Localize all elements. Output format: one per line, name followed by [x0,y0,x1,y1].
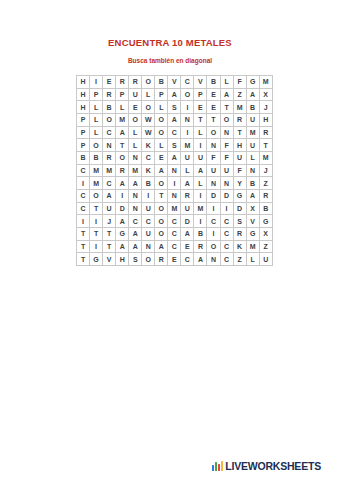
grid-cell[interactable]: C [142,152,155,165]
logo-bar-red [218,464,220,471]
grid-cell[interactable]: C [221,253,234,266]
grid-cell[interactable]: O [155,177,168,190]
grid-cell[interactable]: B [142,177,155,190]
grid-cell[interactable]: H [234,139,247,152]
grid-cell[interactable]: B [90,152,103,165]
grid-cell[interactable]: Y [234,177,247,190]
grid-cell[interactable]: C [168,215,181,228]
grid-cell[interactable]: I [90,215,103,228]
grid-cell[interactable]: W [142,114,155,127]
grid-cell[interactable]: A [247,89,260,102]
grid-cell[interactable]: P [155,89,168,102]
grid-cell[interactable]: O [207,241,220,254]
grid-cell[interactable]: Z [234,253,247,266]
grid-cell[interactable]: R [234,114,247,127]
grid-cell[interactable]: B [207,76,220,89]
grid-cell[interactable]: N [129,203,142,216]
grid-cell[interactable]: O [142,253,155,266]
grid-cell[interactable]: F [234,165,247,178]
grid-cell[interactable]: U [194,152,207,165]
logo-bar-yellow [221,461,223,471]
grid-cell[interactable]: O [129,114,142,127]
grid-cell[interactable]: C [168,228,181,241]
grid-cell[interactable]: I [221,203,234,216]
grid-cell[interactable]: D [181,215,194,228]
grid-cell[interactable]: D [221,190,234,203]
grid-cell[interactable]: M [260,152,273,165]
grid-cell[interactable]: U [247,114,260,127]
grid-cell[interactable]: N [207,139,220,152]
grid-cell[interactable]: O [103,114,116,127]
grid-cell[interactable]: I [207,203,220,216]
grid-cell[interactable]: O [221,114,234,127]
grid-cell[interactable]: P [194,89,207,102]
grid-cell[interactable]: R [103,152,116,165]
grid-cell[interactable]: L [194,127,207,140]
grid-cell[interactable]: T [77,253,90,266]
grid-cell[interactable]: I [90,241,103,254]
grid-cell[interactable]: T [90,203,103,216]
grid-cell[interactable]: C [168,241,181,254]
grid-cell[interactable]: H [77,89,90,102]
grid-cell[interactable]: L [155,139,168,152]
grid-cell[interactable]: R [116,76,129,89]
grid-cell[interactable]: L [142,89,155,102]
grid-cell[interactable]: V [103,253,116,266]
grid-cell[interactable]: K [142,165,155,178]
grid-cell[interactable]: F [207,152,220,165]
grid-cell[interactable]: H [77,101,90,114]
grid-cell[interactable]: A [194,165,207,178]
grid-cell[interactable]: R [194,241,207,254]
grid-cell[interactable]: O [90,139,103,152]
grid-cell[interactable]: T [103,228,116,241]
grid-cell[interactable]: A [116,241,129,254]
grid-cell[interactable]: V [194,76,207,89]
grid-cell[interactable]: C [221,215,234,228]
grid-cell[interactable]: I [77,177,90,190]
grid-cell[interactable]: B [247,101,260,114]
grid-cell[interactable]: I [142,190,155,203]
grid-cell[interactable]: T [77,228,90,241]
grid-cell[interactable]: M [247,241,260,254]
grid-cell[interactable]: D [234,203,247,216]
grid-cell[interactable]: U [181,203,194,216]
grid-cell[interactable]: I [207,228,220,241]
word-search-grid: HIERROBVCVBLFGMHPRPULPAOPEAZAXHLBLEOLSIE… [76,75,273,266]
grid-cell[interactable]: E [103,76,116,89]
grid-cell[interactable]: V [168,76,181,89]
grid-cell[interactable]: L [194,177,207,190]
grid-cell[interactable]: R [155,253,168,266]
grid-cell[interactable]: N [129,190,142,203]
grid-cell[interactable]: L [221,76,234,89]
grid-cell[interactable]: I [90,76,103,89]
grid-cell[interactable]: P [77,127,90,140]
grid-cell[interactable]: L [247,253,260,266]
grid-cell[interactable]: A [129,241,142,254]
grid-cell[interactable]: E [181,241,194,254]
grid-cell[interactable]: A [116,127,129,140]
grid-cell[interactable]: B [155,76,168,89]
grid-cell[interactable]: I [194,139,207,152]
grid-cell[interactable]: J [260,101,273,114]
grid-cell[interactable]: O [155,215,168,228]
grid-cell[interactable]: F [221,152,234,165]
grid-cell[interactable]: B [77,152,90,165]
grid-cell[interactable]: J [260,165,273,178]
grid-cell[interactable]: T [234,127,247,140]
grid-cell[interactable]: R [116,165,129,178]
grid-cell[interactable]: T [90,228,103,241]
grid-cell[interactable]: J [103,215,116,228]
grid-cell[interactable]: N [207,177,220,190]
grid-cell[interactable]: M [260,76,273,89]
grid-cell[interactable]: C [221,241,234,254]
grid-cell[interactable]: G [234,190,247,203]
grid-cell[interactable]: O [155,127,168,140]
grid-cell[interactable]: L [116,101,129,114]
grid-cell[interactable]: A [155,165,168,178]
grid-cell[interactable]: O [142,101,155,114]
grid-cell[interactable]: A [129,177,142,190]
grid-cell[interactable]: M [168,203,181,216]
grid-cell[interactable]: T [155,190,168,203]
grid-cell[interactable]: G [90,253,103,266]
grid-cell[interactable]: E [194,101,207,114]
grid-cell[interactable]: C [168,127,181,140]
grid-cell[interactable]: A [181,228,194,241]
grid-cell[interactable]: N [247,165,260,178]
grid-cell[interactable]: U [221,165,234,178]
grid-cell[interactable]: N [221,127,234,140]
grid-cell[interactable]: P [77,114,90,127]
page-title: ENCUENTRA 10 METALES [0,37,340,48]
grid-cell[interactable]: P [90,89,103,102]
grid-cell[interactable]: C [103,127,116,140]
grid-cell[interactable]: C [207,215,220,228]
grid-cell[interactable]: L [247,152,260,165]
grid-cell[interactable]: L [129,139,142,152]
grid-cell[interactable]: K [142,139,155,152]
grid-cell[interactable]: U [181,152,194,165]
grid-cell[interactable]: X [260,89,273,102]
grid-cell[interactable]: A [168,89,181,102]
grid-cell[interactable]: A [116,177,129,190]
grid-cell[interactable]: N [168,190,181,203]
grid-cell[interactable]: R [103,89,116,102]
word-search-area: HIERROBVCVBLFGMHPRPULPAOPEAZAXHLBLEOLSIE… [76,75,273,266]
grid-cell[interactable]: F [234,76,247,89]
grid-cell[interactable]: U [129,89,142,102]
grid-cell[interactable]: U [142,203,155,216]
grid-cell[interactable]: B [247,177,260,190]
grid-cell[interactable]: O [207,127,220,140]
grid-cell[interactable]: L [90,127,103,140]
grid-cell[interactable]: T [207,114,220,127]
grid-cell[interactable]: C [181,253,194,266]
grid-cell[interactable]: I [181,127,194,140]
grid-cell[interactable]: A [168,114,181,127]
grid-cell[interactable]: D [116,203,129,216]
liveworksheets-logo-icon [212,461,223,471]
grid-cell[interactable]: T [77,241,90,254]
grid-cell[interactable]: T [103,241,116,254]
grid-cell[interactable]: U [260,253,273,266]
grid-cell[interactable]: O [155,114,168,127]
grid-cell[interactable]: A [129,228,142,241]
grid-cell[interactable]: M [234,101,247,114]
grid-cell[interactable]: O [181,89,194,102]
grid-cell[interactable]: O [142,76,155,89]
grid-cell[interactable]: R [181,190,194,203]
grid-cell[interactable]: A [221,89,234,102]
grid-cell[interactable]: H [116,253,129,266]
grid-cell[interactable]: C [103,177,116,190]
grid-cell[interactable]: C [181,76,194,89]
grid-cell[interactable]: D [207,190,220,203]
grid-cell[interactable]: K [234,241,247,254]
grid-cell[interactable]: R [260,127,273,140]
grid-cell[interactable]: O [116,152,129,165]
grid-cell[interactable]: I [77,215,90,228]
grid-cell[interactable]: P [77,139,90,152]
grid-cell[interactable]: N [142,241,155,254]
grid-cell[interactable]: T [116,139,129,152]
grid-cell[interactable]: A [247,190,260,203]
grid-cell[interactable]: M [194,203,207,216]
grid-cell[interactable]: N [129,152,142,165]
grid-cell[interactable]: U [234,152,247,165]
grid-cell[interactable]: M [90,165,103,178]
grid-cell[interactable]: F [221,139,234,152]
grid-cell[interactable]: U [103,203,116,216]
grid-cell[interactable]: W [142,127,155,140]
grid-cell[interactable]: A [194,253,207,266]
grid-cell[interactable]: M [103,165,116,178]
grid-cell[interactable]: C [77,203,90,216]
grid-cell[interactable]: E [168,253,181,266]
grid-cell[interactable]: L [155,101,168,114]
grid-cell[interactable]: I [194,215,207,228]
grid-cell[interactable]: N [181,114,194,127]
grid-cell[interactable]: M [90,177,103,190]
grid-cell[interactable]: B [103,101,116,114]
footer: LIVEWORKSHEETS [212,460,321,472]
grid-cell[interactable]: M [129,165,142,178]
grid-cell[interactable]: M [116,114,129,127]
grid-cell[interactable]: Z [260,177,273,190]
grid-cell[interactable]: C [221,228,234,241]
grid-cell[interactable]: A [181,177,194,190]
grid-cell[interactable]: E [207,89,220,102]
grid-cell[interactable]: R [260,190,273,203]
grid-cell[interactable]: P [116,89,129,102]
grid-cell[interactable]: L [90,114,103,127]
grid-cell[interactable]: L [129,127,142,140]
grid-cell[interactable]: V [247,215,260,228]
grid-cell[interactable]: N [103,139,116,152]
grid-cell[interactable]: O [90,190,103,203]
worksheet-header: ENCUENTRA 10 METALES Busca también en di… [0,37,340,64]
grid-cell[interactable]: G [247,76,260,89]
liveworksheets-brand-link[interactable]: LIVEWORKSHEETS [225,460,321,472]
logo-bar-blue [212,465,214,471]
grid-cell[interactable]: B [194,228,207,241]
grid-cell[interactable]: T [194,114,207,127]
grid-cell[interactable]: X [247,203,260,216]
grid-cell[interactable]: E [129,101,142,114]
grid-cell[interactable]: L [90,101,103,114]
grid-cell[interactable]: B [260,203,273,216]
grid-cell[interactable]: I [194,190,207,203]
grid-cell[interactable]: L [181,165,194,178]
grid-cell[interactable]: T [221,101,234,114]
grid-cell[interactable]: I [168,177,181,190]
grid-cell[interactable]: C [77,165,90,178]
grid-cell[interactable]: A [168,152,181,165]
grid-cell[interactable]: T [260,139,273,152]
grid-cell[interactable]: Z [260,241,273,254]
grid-cell[interactable]: O [155,228,168,241]
grid-cell[interactable]: G [247,228,260,241]
grid-cell[interactable]: H [77,76,90,89]
grid-cell[interactable]: S [234,215,247,228]
grid-cell[interactable]: R [129,76,142,89]
grid-cell[interactable]: E [155,152,168,165]
grid-cell[interactable]: H [260,114,273,127]
grid-cell[interactable]: A [155,241,168,254]
grid-cell[interactable]: C [142,215,155,228]
grid-cell[interactable]: A [116,215,129,228]
grid-cell[interactable]: U [207,165,220,178]
grid-cell[interactable]: E [207,101,220,114]
grid-cell[interactable]: A [103,190,116,203]
grid-cell[interactable]: O [155,203,168,216]
grid-cell[interactable]: N [221,177,234,190]
grid-cell[interactable]: C [77,190,90,203]
logo-bar-green [215,462,217,471]
grid-cell[interactable]: N [207,253,220,266]
grid-cell[interactable]: S [168,139,181,152]
grid-cell[interactable]: I [116,190,129,203]
grid-cell[interactable]: U [142,228,155,241]
grid-cell[interactable]: N [168,165,181,178]
grid-cell[interactable]: I [181,101,194,114]
grid-cell[interactable]: C [129,215,142,228]
grid-cell[interactable]: S [168,101,181,114]
grid-cell[interactable]: M [247,127,260,140]
grid-cell[interactable]: G [116,228,129,241]
grid-cell[interactable]: Z [234,89,247,102]
page-subtitle: Busca también en diagonal [0,57,340,64]
grid-cell[interactable]: S [129,253,142,266]
grid-cell[interactable]: M [181,139,194,152]
grid-cell[interactable]: U [247,139,260,152]
grid-cell[interactable]: X [260,228,273,241]
grid-cell[interactable]: R [234,228,247,241]
grid-cell[interactable]: G [260,215,273,228]
